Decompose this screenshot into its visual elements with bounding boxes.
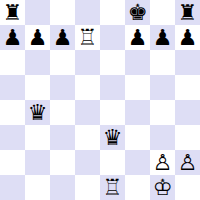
square-b2[interactable]	[25, 150, 50, 175]
square-a6[interactable]	[0, 50, 25, 75]
square-g6[interactable]	[150, 50, 175, 75]
white-rook-d7: ♖	[78, 25, 98, 50]
black-pawn-b7: ♟	[28, 25, 48, 50]
square-h3[interactable]	[175, 125, 200, 150]
black-pawn-f7: ♟	[128, 25, 148, 50]
square-d6[interactable]	[75, 50, 100, 75]
square-h1[interactable]	[175, 175, 200, 200]
square-c6[interactable]	[50, 50, 75, 75]
square-c8[interactable]	[50, 0, 75, 25]
square-h8[interactable]: ♜	[175, 0, 200, 25]
black-pawn-c7: ♟	[53, 25, 73, 50]
square-e8[interactable]	[100, 0, 125, 25]
square-g1[interactable]: ♔	[150, 175, 175, 200]
square-d5[interactable]	[75, 75, 100, 100]
square-a8[interactable]: ♜	[0, 0, 25, 25]
square-d7[interactable]: ♖	[75, 25, 100, 50]
square-c4[interactable]	[50, 100, 75, 125]
square-e6[interactable]	[100, 50, 125, 75]
white-pawn-g2: ♙	[153, 150, 173, 175]
square-g5[interactable]	[150, 75, 175, 100]
white-pawn-h2: ♙	[178, 150, 198, 175]
black-pawn-h7: ♟	[178, 25, 198, 50]
black-king-f8: ♚	[128, 0, 148, 25]
square-d4[interactable]	[75, 100, 100, 125]
square-e3[interactable]: ♛	[100, 125, 125, 150]
square-c2[interactable]	[50, 150, 75, 175]
square-a1[interactable]	[0, 175, 25, 200]
square-b1[interactable]	[25, 175, 50, 200]
square-c7[interactable]: ♟	[50, 25, 75, 50]
square-h2[interactable]: ♙	[175, 150, 200, 175]
square-b5[interactable]	[25, 75, 50, 100]
white-rook-e1: ♖	[103, 175, 123, 200]
square-c3[interactable]	[50, 125, 75, 150]
square-e2[interactable]	[100, 150, 125, 175]
square-c5[interactable]	[50, 75, 75, 100]
square-c1[interactable]	[50, 175, 75, 200]
square-g2[interactable]: ♙	[150, 150, 175, 175]
square-a5[interactable]	[0, 75, 25, 100]
square-f4[interactable]	[125, 100, 150, 125]
black-queen-e3: ♛	[103, 125, 123, 150]
square-h7[interactable]: ♟	[175, 25, 200, 50]
square-g7[interactable]: ♟	[150, 25, 175, 50]
square-d2[interactable]	[75, 150, 100, 175]
square-a2[interactable]	[0, 150, 25, 175]
square-h6[interactable]	[175, 50, 200, 75]
square-e5[interactable]	[100, 75, 125, 100]
square-f1[interactable]	[125, 175, 150, 200]
square-f2[interactable]	[125, 150, 150, 175]
square-g4[interactable]	[150, 100, 175, 125]
white-king-g1: ♔	[153, 175, 173, 200]
square-b3[interactable]	[25, 125, 50, 150]
square-e4[interactable]	[100, 100, 125, 125]
square-d3[interactable]	[75, 125, 100, 150]
black-pawn-g7: ♟	[153, 25, 173, 50]
square-d8[interactable]	[75, 0, 100, 25]
square-f7[interactable]: ♟	[125, 25, 150, 50]
square-a7[interactable]: ♟	[0, 25, 25, 50]
square-b7[interactable]: ♟	[25, 25, 50, 50]
square-f3[interactable]	[125, 125, 150, 150]
square-a3[interactable]	[0, 125, 25, 150]
black-rook-h8: ♜	[178, 0, 198, 25]
square-b8[interactable]	[25, 0, 50, 25]
black-pawn-a7: ♟	[3, 25, 23, 50]
chess-board: ♜♚♜♟♟♟♖♟♟♟♛♛♙♙♖♔	[0, 0, 200, 200]
square-a4[interactable]	[0, 100, 25, 125]
square-f6[interactable]	[125, 50, 150, 75]
square-f5[interactable]	[125, 75, 150, 100]
square-h4[interactable]	[175, 100, 200, 125]
square-g8[interactable]	[150, 0, 175, 25]
square-e7[interactable]	[100, 25, 125, 50]
chess-board-wrapper: ♜♚♜♟♟♟♖♟♟♟♛♛♙♙♖♔	[0, 0, 200, 200]
square-d1[interactable]	[75, 175, 100, 200]
square-b4[interactable]: ♛	[25, 100, 50, 125]
square-h5[interactable]	[175, 75, 200, 100]
square-b6[interactable]	[25, 50, 50, 75]
square-f8[interactable]: ♚	[125, 0, 150, 25]
square-g3[interactable]	[150, 125, 175, 150]
black-queen-b4: ♛	[28, 100, 48, 125]
black-rook-a8: ♜	[3, 0, 23, 25]
square-e1[interactable]: ♖	[100, 175, 125, 200]
